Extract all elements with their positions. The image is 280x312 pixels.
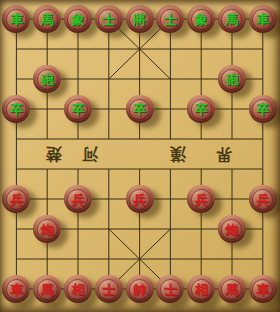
piece-black-砲[interactable]: 砲: [33, 65, 61, 93]
piece-black-馬[interactable]: 馬: [33, 5, 61, 33]
piece-red-兵[interactable]: 兵: [126, 185, 154, 213]
piece-red-馬[interactable]: 馬: [33, 275, 61, 303]
piece-black-卒[interactable]: 卒: [249, 95, 277, 123]
board-cell: 車: [1, 274, 32, 304]
board-cell: 馬: [217, 4, 248, 34]
piece-black-車[interactable]: 車: [249, 5, 277, 33]
board-cell: 兵: [63, 184, 94, 214]
board-cell: 將: [124, 4, 155, 34]
piece-black-士[interactable]: 士: [95, 5, 123, 33]
piece-black-卒[interactable]: 卒: [64, 95, 92, 123]
piece-red-士[interactable]: 士: [95, 275, 123, 303]
piece-character: 兵: [133, 193, 146, 206]
board-cell: 相: [63, 274, 94, 304]
piece-character: 兵: [71, 193, 84, 206]
piece-black-士[interactable]: 士: [156, 5, 184, 33]
piece-black-將[interactable]: 將: [126, 5, 154, 33]
piece-red-帥[interactable]: 帥: [126, 275, 154, 303]
board-cell: 馬: [32, 274, 63, 304]
board-cell: 相: [186, 274, 217, 304]
board-cell: 士: [155, 4, 186, 34]
board-cell: 馬: [32, 4, 63, 34]
piece-character: 車: [10, 13, 23, 26]
board-cell: 帥: [124, 274, 155, 304]
board-cell: 砲: [32, 64, 63, 94]
board-cell: 車: [247, 4, 278, 34]
piece-red-車[interactable]: 車: [2, 275, 30, 303]
piece-character: 砲: [225, 73, 238, 86]
piece-character: 卒: [71, 103, 84, 116]
piece-character: 砲: [41, 73, 54, 86]
board-cell: 兵: [124, 184, 155, 214]
board-cell: 車: [247, 274, 278, 304]
piece-character: 兵: [10, 193, 23, 206]
board-cell: 炮: [217, 214, 248, 244]
piece-black-車[interactable]: 車: [2, 5, 30, 33]
piece-character: 炮: [225, 223, 238, 236]
board-cell: 士: [155, 274, 186, 304]
piece-red-士[interactable]: 士: [156, 275, 184, 303]
piece-character: 馬: [41, 13, 54, 26]
piece-black-馬[interactable]: 馬: [218, 5, 246, 33]
piece-black-象[interactable]: 象: [64, 5, 92, 33]
board-cell: 士: [93, 274, 124, 304]
board-cell: 兵: [186, 184, 217, 214]
piece-character: 卒: [133, 103, 146, 116]
board-cell: 砲: [217, 64, 248, 94]
piece-character: 帥: [133, 283, 146, 296]
piece-red-兵[interactable]: 兵: [249, 185, 277, 213]
board-cell: 卒: [186, 94, 217, 124]
board-cell: 卒: [247, 94, 278, 124]
piece-character: 卒: [10, 103, 23, 116]
piece-red-車[interactable]: 車: [249, 275, 277, 303]
piece-character: 象: [195, 13, 208, 26]
piece-black-砲[interactable]: 砲: [218, 65, 246, 93]
piece-character: 卒: [256, 103, 269, 116]
piece-red-炮[interactable]: 炮: [33, 215, 61, 243]
piece-character: 相: [195, 283, 208, 296]
board-cell: 卒: [124, 94, 155, 124]
piece-character: 兵: [256, 193, 269, 206]
xiangqi-board: 楚河 漢界 車馬象士將士象馬車砲砲卒卒卒卒卒兵兵兵兵兵炮炮車馬相士帥士相馬車: [0, 0, 280, 312]
piece-character: 炮: [41, 223, 54, 236]
piece-red-相[interactable]: 相: [187, 275, 215, 303]
piece-red-兵[interactable]: 兵: [2, 185, 30, 213]
piece-character: 士: [102, 283, 115, 296]
board-cell: 士: [93, 4, 124, 34]
piece-character: 士: [102, 13, 115, 26]
piece-character: 馬: [225, 283, 238, 296]
piece-red-兵[interactable]: 兵: [64, 185, 92, 213]
piece-character: 士: [164, 13, 177, 26]
board-cell: 卒: [1, 94, 32, 124]
board-cell: 兵: [1, 184, 32, 214]
piece-black-象[interactable]: 象: [187, 5, 215, 33]
board-cell: 卒: [63, 94, 94, 124]
board-intersections: 車馬象士將士象馬車砲砲卒卒卒卒卒兵兵兵兵兵炮炮車馬相士帥士相馬車: [1, 4, 278, 304]
board-cell: 車: [1, 4, 32, 34]
piece-character: 馬: [41, 283, 54, 296]
piece-red-相[interactable]: 相: [64, 275, 92, 303]
board-cell: 炮: [32, 214, 63, 244]
piece-character: 車: [10, 283, 23, 296]
piece-red-馬[interactable]: 馬: [218, 275, 246, 303]
piece-black-卒[interactable]: 卒: [187, 95, 215, 123]
piece-red-兵[interactable]: 兵: [187, 185, 215, 213]
piece-black-卒[interactable]: 卒: [126, 95, 154, 123]
piece-character: 將: [133, 13, 146, 26]
board-cell: 馬: [217, 274, 248, 304]
piece-character: 卒: [195, 103, 208, 116]
piece-character: 車: [256, 13, 269, 26]
board-cell: 兵: [247, 184, 278, 214]
piece-character: 兵: [195, 193, 208, 206]
piece-character: 馬: [225, 13, 238, 26]
piece-black-卒[interactable]: 卒: [2, 95, 30, 123]
piece-character: 相: [71, 283, 84, 296]
piece-character: 士: [164, 283, 177, 296]
piece-character: 象: [71, 13, 84, 26]
board-cell: 象: [63, 4, 94, 34]
board-cell: 象: [186, 4, 217, 34]
piece-character: 車: [256, 283, 269, 296]
piece-red-炮[interactable]: 炮: [218, 215, 246, 243]
